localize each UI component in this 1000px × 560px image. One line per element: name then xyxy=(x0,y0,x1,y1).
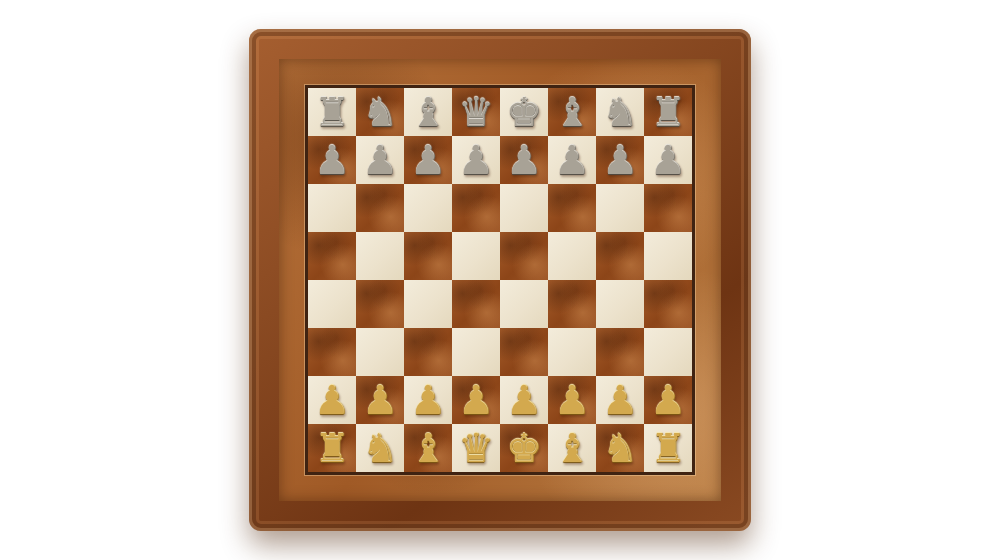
piece-white-knight[interactable]: ♞ xyxy=(356,424,404,472)
square-b8[interactable]: ♞ xyxy=(356,88,404,136)
square-c3[interactable] xyxy=(404,328,452,376)
square-f2[interactable]: ♟ xyxy=(548,376,596,424)
square-d4[interactable] xyxy=(452,280,500,328)
square-h3[interactable] xyxy=(644,328,692,376)
piece-white-knight[interactable]: ♞ xyxy=(596,424,644,472)
square-g6[interactable] xyxy=(596,184,644,232)
piece-white-bishop[interactable]: ♝ xyxy=(548,424,596,472)
square-a5[interactable] xyxy=(308,232,356,280)
square-e7[interactable]: ♟ xyxy=(500,136,548,184)
burl-border: ♜♞♝♛♚♝♞♜♟♟♟♟♟♟♟♟♟♟♟♟♟♟♟♟♜♞♝♛♚♝♞♜ xyxy=(279,59,721,501)
square-a2[interactable]: ♟ xyxy=(308,376,356,424)
piece-white-rook[interactable]: ♜ xyxy=(644,424,692,472)
square-c6[interactable] xyxy=(404,184,452,232)
square-a1[interactable]: ♜ xyxy=(308,424,356,472)
square-h5[interactable] xyxy=(644,232,692,280)
piece-white-pawn[interactable]: ♟ xyxy=(404,376,452,424)
piece-black-pawn[interactable]: ♟ xyxy=(548,136,596,184)
square-f5[interactable] xyxy=(548,232,596,280)
square-d3[interactable] xyxy=(452,328,500,376)
piece-black-pawn[interactable]: ♟ xyxy=(452,136,500,184)
square-a3[interactable] xyxy=(308,328,356,376)
square-b1[interactable]: ♞ xyxy=(356,424,404,472)
piece-white-rook[interactable]: ♜ xyxy=(308,424,356,472)
square-g3[interactable] xyxy=(596,328,644,376)
square-b2[interactable]: ♟ xyxy=(356,376,404,424)
square-h6[interactable] xyxy=(644,184,692,232)
square-e8[interactable]: ♚ xyxy=(500,88,548,136)
square-b3[interactable] xyxy=(356,328,404,376)
square-g2[interactable]: ♟ xyxy=(596,376,644,424)
square-h7[interactable]: ♟ xyxy=(644,136,692,184)
square-c4[interactable] xyxy=(404,280,452,328)
square-e4[interactable] xyxy=(500,280,548,328)
piece-black-bishop[interactable]: ♝ xyxy=(548,88,596,136)
square-e3[interactable] xyxy=(500,328,548,376)
square-h1[interactable]: ♜ xyxy=(644,424,692,472)
piece-black-rook[interactable]: ♜ xyxy=(308,88,356,136)
chess-set-photo: ♜♞♝♛♚♝♞♜♟♟♟♟♟♟♟♟♟♟♟♟♟♟♟♟♜♞♝♛♚♝♞♜ xyxy=(249,29,751,531)
square-c2[interactable]: ♟ xyxy=(404,376,452,424)
piece-black-pawn[interactable]: ♟ xyxy=(644,136,692,184)
square-d7[interactable]: ♟ xyxy=(452,136,500,184)
square-d5[interactable] xyxy=(452,232,500,280)
square-g1[interactable]: ♞ xyxy=(596,424,644,472)
square-b4[interactable] xyxy=(356,280,404,328)
square-a4[interactable] xyxy=(308,280,356,328)
piece-white-pawn[interactable]: ♟ xyxy=(452,376,500,424)
piece-white-pawn[interactable]: ♟ xyxy=(500,376,548,424)
square-d2[interactable]: ♟ xyxy=(452,376,500,424)
square-b7[interactable]: ♟ xyxy=(356,136,404,184)
piece-white-pawn[interactable]: ♟ xyxy=(596,376,644,424)
square-d6[interactable] xyxy=(452,184,500,232)
piece-black-knight[interactable]: ♞ xyxy=(596,88,644,136)
square-f7[interactable]: ♟ xyxy=(548,136,596,184)
square-f3[interactable] xyxy=(548,328,596,376)
square-c1[interactable]: ♝ xyxy=(404,424,452,472)
piece-black-queen[interactable]: ♛ xyxy=(452,88,500,136)
square-g7[interactable]: ♟ xyxy=(596,136,644,184)
piece-white-pawn[interactable]: ♟ xyxy=(548,376,596,424)
piece-white-bishop[interactable]: ♝ xyxy=(404,424,452,472)
piece-black-pawn[interactable]: ♟ xyxy=(356,136,404,184)
piece-white-pawn[interactable]: ♟ xyxy=(308,376,356,424)
square-f1[interactable]: ♝ xyxy=(548,424,596,472)
piece-black-knight[interactable]: ♞ xyxy=(356,88,404,136)
square-b5[interactable] xyxy=(356,232,404,280)
piece-white-pawn[interactable]: ♟ xyxy=(356,376,404,424)
square-e6[interactable] xyxy=(500,184,548,232)
wooden-chest-frame: ♜♞♝♛♚♝♞♜♟♟♟♟♟♟♟♟♟♟♟♟♟♟♟♟♜♞♝♛♚♝♞♜ xyxy=(249,29,751,531)
piece-black-pawn[interactable]: ♟ xyxy=(308,136,356,184)
square-f4[interactable] xyxy=(548,280,596,328)
piece-black-rook[interactable]: ♜ xyxy=(644,88,692,136)
piece-black-king[interactable]: ♚ xyxy=(500,88,548,136)
square-c8[interactable]: ♝ xyxy=(404,88,452,136)
piece-black-pawn[interactable]: ♟ xyxy=(404,136,452,184)
piece-white-king[interactable]: ♚ xyxy=(500,424,548,472)
piece-white-pawn[interactable]: ♟ xyxy=(644,376,692,424)
square-g5[interactable] xyxy=(596,232,644,280)
square-d8[interactable]: ♛ xyxy=(452,88,500,136)
piece-black-pawn[interactable]: ♟ xyxy=(596,136,644,184)
square-f6[interactable] xyxy=(548,184,596,232)
square-e1[interactable]: ♚ xyxy=(500,424,548,472)
chess-board: ♜♞♝♛♚♝♞♜♟♟♟♟♟♟♟♟♟♟♟♟♟♟♟♟♜♞♝♛♚♝♞♜ xyxy=(308,88,692,472)
inlay-frame: ♜♞♝♛♚♝♞♜♟♟♟♟♟♟♟♟♟♟♟♟♟♟♟♟♜♞♝♛♚♝♞♜ xyxy=(305,85,695,475)
square-a7[interactable]: ♟ xyxy=(308,136,356,184)
square-c5[interactable] xyxy=(404,232,452,280)
square-f8[interactable]: ♝ xyxy=(548,88,596,136)
square-h8[interactable]: ♜ xyxy=(644,88,692,136)
square-g8[interactable]: ♞ xyxy=(596,88,644,136)
square-e2[interactable]: ♟ xyxy=(500,376,548,424)
square-e5[interactable] xyxy=(500,232,548,280)
square-d1[interactable]: ♛ xyxy=(452,424,500,472)
square-c7[interactable]: ♟ xyxy=(404,136,452,184)
piece-white-queen[interactable]: ♛ xyxy=(452,424,500,472)
square-a8[interactable]: ♜ xyxy=(308,88,356,136)
square-h4[interactable] xyxy=(644,280,692,328)
square-g4[interactable] xyxy=(596,280,644,328)
piece-black-bishop[interactable]: ♝ xyxy=(404,88,452,136)
square-a6[interactable] xyxy=(308,184,356,232)
piece-black-pawn[interactable]: ♟ xyxy=(500,136,548,184)
square-b6[interactable] xyxy=(356,184,404,232)
square-h2[interactable]: ♟ xyxy=(644,376,692,424)
